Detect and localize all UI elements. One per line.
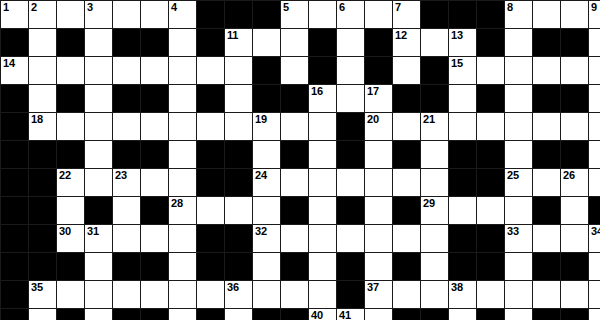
white-cell-r5c18[interactable] [477,113,505,141]
white-cell-r2c22[interactable] [589,29,600,57]
black-cell-r10c9 [225,253,253,281]
white-cell-r5c14[interactable]: 20 [365,113,393,141]
white-cell-r1c4[interactable]: 3 [85,1,113,29]
black-cell-r6c20 [533,141,561,169]
clue-number-1: 1 [3,1,9,13]
white-cell-r8c17[interactable] [449,197,477,225]
white-cell-r5c2[interactable]: 18 [29,113,57,141]
black-cell-r11c1 [1,281,29,309]
black-cell-r8c6 [141,197,169,225]
black-cell-r3c10 [253,57,281,85]
white-cell-r4c2[interactable] [29,85,57,113]
clue-number-12: 12 [395,29,407,41]
white-cell-r9c14[interactable] [365,225,393,253]
white-cell-r9c15[interactable] [393,225,421,253]
white-cell-r1c20[interactable] [533,1,561,29]
white-cell-r8c5[interactable] [113,197,141,225]
black-cell-r10c11 [281,253,309,281]
white-cell-r5c8[interactable] [197,113,225,141]
white-cell-r11c16[interactable] [421,281,449,309]
white-cell-r1c12[interactable] [309,1,337,29]
white-cell-r7c3[interactable]: 22 [57,169,85,197]
clue-number-4: 4 [171,1,177,13]
white-cell-r5c10[interactable]: 19 [253,113,281,141]
black-cell-r5c13 [337,113,365,141]
black-cell-r7c2 [29,169,57,197]
white-cell-r8c19[interactable] [505,197,533,225]
white-cell-r4c12[interactable]: 16 [309,85,337,113]
white-cell-r3c6[interactable] [141,57,169,85]
black-cell-r8c20 [533,197,561,225]
black-cell-r7c8 [197,169,225,197]
black-cell-r12c18 [477,309,505,320]
white-cell-r2c4[interactable] [85,29,113,57]
white-cell-r11c18[interactable] [477,281,505,309]
white-cell-r11c2[interactable]: 35 [29,281,57,309]
white-cell-r6c16[interactable] [421,141,449,169]
white-cell-r7c4[interactable] [85,169,113,197]
black-cell-r12c3 [57,309,85,320]
white-cell-r11c10[interactable] [253,281,281,309]
white-cell-r1c15[interactable]: 7 [393,1,421,29]
white-cell-r3c15[interactable] [393,57,421,85]
white-cell-r11c8[interactable] [197,281,225,309]
white-cell-r2c9[interactable]: 11 [225,29,253,57]
black-cell-r3c12 [309,57,337,85]
white-cell-r2c19[interactable] [505,29,533,57]
black-cell-r4c16 [421,85,449,113]
white-cell-r3c17[interactable]: 15 [449,57,477,85]
white-cell-r3c20[interactable] [533,57,561,85]
clue-number-29: 29 [423,197,435,209]
white-cell-r9c22[interactable]: 34 [589,225,600,253]
white-cell-r7c15[interactable] [393,169,421,197]
white-cell-r11c9[interactable]: 36 [225,281,253,309]
white-cell-r11c4[interactable] [85,281,113,309]
white-cell-r2c7[interactable] [169,29,197,57]
clue-number-7: 7 [395,1,401,13]
white-cell-r7c13[interactable] [337,169,365,197]
white-cell-r2c17[interactable]: 13 [449,29,477,57]
white-cell-r11c12[interactable] [309,281,337,309]
black-cell-r7c18 [477,169,505,197]
white-cell-r11c19[interactable] [505,281,533,309]
clue-number-11: 11 [227,29,238,41]
clue-number-26: 26 [563,169,575,181]
white-cell-r6c7[interactable] [169,141,197,169]
clue-number-35: 35 [31,281,43,293]
black-cell-r4c10 [253,85,281,113]
black-cell-r2c20 [533,29,561,57]
black-cell-r1c17 [449,1,477,29]
white-cell-r9c13[interactable] [337,225,365,253]
white-cell-r1c3[interactable] [57,1,85,29]
black-cell-r12c21 [561,309,589,320]
white-cell-r5c12[interactable] [309,113,337,141]
white-cell-r11c14[interactable]: 37 [365,281,393,309]
white-cell-r1c19[interactable]: 8 [505,1,533,29]
clue-number-6: 6 [339,1,345,13]
white-cell-r9c12[interactable] [309,225,337,253]
black-cell-r6c18 [477,141,505,169]
black-cell-r9c17 [449,225,477,253]
white-cell-r12c19[interactable] [505,309,533,320]
black-cell-r10c21 [561,253,589,281]
clue-number-23: 23 [115,169,127,181]
white-cell-r6c19[interactable] [505,141,533,169]
black-cell-r1c9 [225,1,253,29]
white-cell-r5c7[interactable] [169,113,197,141]
white-cell-r6c4[interactable] [85,141,113,169]
clue-number-18: 18 [31,113,43,125]
white-cell-r5c16[interactable]: 21 [421,113,449,141]
black-cell-r8c22 [589,197,600,225]
white-cell-r12c22[interactable] [589,309,600,320]
black-cell-r6c1 [1,141,29,169]
white-cell-r2c15[interactable]: 12 [393,29,421,57]
clue-number-9: 9 [591,1,597,13]
white-cell-r9c7[interactable] [169,225,197,253]
black-cell-r10c13 [337,253,365,281]
black-cell-r7c9 [225,169,253,197]
white-cell-r12c9[interactable] [225,309,253,320]
white-cell-r6c10[interactable] [253,141,281,169]
white-cell-r5c5[interactable] [113,113,141,141]
white-cell-r8c8[interactable] [197,197,225,225]
white-cell-r1c5[interactable] [113,1,141,29]
black-cell-r10c15 [393,253,421,281]
white-cell-r6c22[interactable] [589,141,600,169]
black-cell-r12c20 [533,309,561,320]
clue-number-8: 8 [507,1,513,13]
white-cell-r2c11[interactable] [281,29,309,57]
black-cell-r1c18 [477,1,505,29]
clue-number-19: 19 [255,113,267,125]
white-cell-r9c11[interactable] [281,225,309,253]
white-cell-r7c16[interactable] [421,169,449,197]
black-cell-r6c9 [225,141,253,169]
clue-number-15: 15 [451,57,463,69]
black-cell-r4c3 [57,85,85,113]
black-cell-r6c8 [197,141,225,169]
white-cell-r5c6[interactable] [141,113,169,141]
black-cell-r10c18 [477,253,505,281]
crossword-board: 1234567891112131415161718192021222324252… [0,0,600,320]
white-cell-r3c22[interactable] [589,57,600,85]
clue-number-30: 30 [59,225,71,237]
black-cell-r1c8 [197,1,225,29]
white-cell-r8c21[interactable] [561,197,589,225]
white-cell-r9c21[interactable] [561,225,589,253]
white-cell-r9c5[interactable] [113,225,141,253]
white-cell-r4c7[interactable] [169,85,197,113]
black-cell-r10c5 [113,253,141,281]
black-cell-r10c20 [533,253,561,281]
white-cell-r4c19[interactable] [505,85,533,113]
white-cell-r4c14[interactable]: 17 [365,85,393,113]
white-cell-r3c2[interactable] [29,57,57,85]
black-cell-r4c1 [1,85,29,113]
white-cell-r8c7[interactable]: 28 [169,197,197,225]
black-cell-r5c1 [1,113,29,141]
white-cell-r3c7[interactable] [169,57,197,85]
black-cell-r6c21 [561,141,589,169]
white-cell-r10c16[interactable] [421,253,449,281]
black-cell-r10c3 [57,253,85,281]
white-cell-r3c3[interactable] [57,57,85,85]
white-cell-r12c17[interactable] [449,309,477,320]
clue-number-38: 38 [451,281,463,293]
white-cell-r1c14[interactable] [365,1,393,29]
white-cell-r1c6[interactable] [141,1,169,29]
black-cell-r10c6 [141,253,169,281]
clue-number-22: 22 [59,169,71,181]
black-cell-r2c18 [477,29,505,57]
white-cell-r7c20[interactable] [533,169,561,197]
white-cell-r7c7[interactable] [169,169,197,197]
black-cell-r2c14 [365,29,393,57]
white-cell-r7c5[interactable]: 23 [113,169,141,197]
white-cell-r7c22[interactable] [589,169,600,197]
white-cell-r5c4[interactable] [85,113,113,141]
white-cell-r11c22[interactable] [589,281,600,309]
white-cell-r10c10[interactable] [253,253,281,281]
white-cell-r7c11[interactable] [281,169,309,197]
white-cell-r8c9[interactable] [225,197,253,225]
black-cell-r12c11 [281,309,309,320]
black-cell-r4c21 [561,85,589,113]
white-cell-r9c6[interactable] [141,225,169,253]
black-cell-r12c6 [141,309,169,320]
black-cell-r8c2 [29,197,57,225]
black-cell-r9c9 [225,225,253,253]
white-cell-r11c21[interactable] [561,281,589,309]
white-cell-r7c14[interactable] [365,169,393,197]
white-cell-r5c3[interactable] [57,113,85,141]
black-cell-r6c5 [113,141,141,169]
white-cell-r7c12[interactable] [309,169,337,197]
black-cell-r6c6 [141,141,169,169]
black-cell-r12c16 [421,309,449,320]
white-cell-r9c20[interactable] [533,225,561,253]
black-cell-r10c8 [197,253,225,281]
black-cell-r9c18 [477,225,505,253]
white-cell-r3c19[interactable] [505,57,533,85]
white-cell-r3c11[interactable] [281,57,309,85]
black-cell-r6c17 [449,141,477,169]
clue-number-34: 34 [591,225,600,237]
white-cell-r12c13[interactable]: 41 [337,309,365,320]
white-cell-r8c10[interactable] [253,197,281,225]
black-cell-r6c2 [29,141,57,169]
white-cell-r2c2[interactable] [29,29,57,57]
white-cell-r2c16[interactable] [421,29,449,57]
clue-number-36: 36 [227,281,239,293]
clue-number-24: 24 [255,169,267,181]
white-cell-r9c3[interactable]: 30 [57,225,85,253]
clue-number-33: 33 [507,225,519,237]
black-cell-r10c2 [29,253,57,281]
white-cell-r12c7[interactable] [169,309,197,320]
white-cell-r1c7[interactable]: 4 [169,1,197,29]
white-cell-r5c11[interactable] [281,113,309,141]
white-cell-r4c22[interactable] [589,85,600,113]
white-cell-r11c5[interactable] [113,281,141,309]
black-cell-r1c10 [253,1,281,29]
black-cell-r2c3 [57,29,85,57]
black-cell-r8c4 [85,197,113,225]
white-cell-r11c7[interactable] [169,281,197,309]
black-cell-r9c1 [1,225,29,253]
black-cell-r8c13 [337,197,365,225]
white-cell-r10c12[interactable] [309,253,337,281]
white-cell-r9c16[interactable] [421,225,449,253]
clue-number-20: 20 [367,113,379,125]
white-cell-r2c10[interactable] [253,29,281,57]
black-cell-r4c15 [393,85,421,113]
white-cell-r12c2[interactable] [29,309,57,320]
black-cell-r4c6 [141,85,169,113]
black-cell-r11c13 [337,281,365,309]
white-cell-r10c7[interactable] [169,253,197,281]
black-cell-r8c15 [393,197,421,225]
black-cell-r12c8 [197,309,225,320]
clue-number-28: 28 [171,197,183,209]
crossword-grid: 1234567891112131415161718192021222324252… [0,0,600,320]
white-cell-r9c19[interactable]: 33 [505,225,533,253]
white-cell-r3c1[interactable]: 14 [1,57,29,85]
white-cell-r4c13[interactable] [337,85,365,113]
white-cell-r1c2[interactable]: 2 [29,1,57,29]
clue-number-40: 40 [311,309,323,320]
white-cell-r7c10[interactable]: 24 [253,169,281,197]
white-cell-r1c22[interactable]: 9 [589,1,600,29]
black-cell-r3c16 [421,57,449,85]
clue-number-41: 41 [339,309,351,320]
white-cell-r11c6[interactable] [141,281,169,309]
clue-number-25: 25 [507,169,519,181]
clue-number-31: 31 [87,225,99,237]
white-cell-r12c4[interactable] [85,309,113,320]
clue-number-37: 37 [367,281,379,293]
white-cell-r5c17[interactable] [449,113,477,141]
black-cell-r2c8 [197,29,225,57]
white-cell-r11c15[interactable] [393,281,421,309]
white-cell-r11c11[interactable] [281,281,309,309]
clue-number-2: 2 [31,1,37,13]
white-cell-r1c21[interactable] [561,1,589,29]
black-cell-r2c12 [309,29,337,57]
white-cell-r8c3[interactable] [57,197,85,225]
white-cell-r5c20[interactable] [533,113,561,141]
black-cell-r9c2 [29,225,57,253]
white-cell-r11c17[interactable]: 38 [449,281,477,309]
black-cell-r9c8 [197,225,225,253]
black-cell-r2c6 [141,29,169,57]
white-cell-r8c12[interactable] [309,197,337,225]
white-cell-r4c17[interactable] [449,85,477,113]
white-cell-r3c18[interactable] [477,57,505,85]
black-cell-r7c1 [1,169,29,197]
black-cell-r4c11 [281,85,309,113]
white-cell-r1c13[interactable]: 6 [337,1,365,29]
white-cell-r5c22[interactable] [589,113,600,141]
black-cell-r3c14 [365,57,393,85]
white-cell-r5c15[interactable] [393,113,421,141]
white-cell-r8c14[interactable] [365,197,393,225]
white-cell-r12c12[interactable]: 40 [309,309,337,320]
black-cell-r10c17 [449,253,477,281]
white-cell-r11c3[interactable] [57,281,85,309]
white-cell-r4c4[interactable] [85,85,113,113]
black-cell-r6c11 [281,141,309,169]
white-cell-r6c14[interactable] [365,141,393,169]
white-cell-r11c20[interactable] [533,281,561,309]
black-cell-r2c1 [1,29,29,57]
white-cell-r3c8[interactable] [197,57,225,85]
black-cell-r8c11 [281,197,309,225]
white-cell-r3c4[interactable] [85,57,113,85]
clue-number-13: 13 [451,29,463,41]
white-cell-r12c14[interactable] [365,309,393,320]
white-cell-r7c21[interactable]: 26 [561,169,589,197]
white-cell-r10c22[interactable] [589,253,600,281]
white-cell-r6c12[interactable] [309,141,337,169]
white-cell-r9c10[interactable]: 32 [253,225,281,253]
white-cell-r3c13[interactable] [337,57,365,85]
white-cell-r5c21[interactable] [561,113,589,141]
white-cell-r3c9[interactable] [225,57,253,85]
black-cell-r1c16 [421,1,449,29]
white-cell-r4c9[interactable] [225,85,253,113]
black-cell-r4c8 [197,85,225,113]
white-cell-r2c13[interactable] [337,29,365,57]
white-cell-r3c5[interactable] [113,57,141,85]
clue-number-32: 32 [255,225,267,237]
black-cell-r12c10 [253,309,281,320]
white-cell-r10c19[interactable] [505,253,533,281]
white-cell-r8c16[interactable]: 29 [421,197,449,225]
black-cell-r6c13 [337,141,365,169]
black-cell-r10c1 [1,253,29,281]
black-cell-r12c5 [113,309,141,320]
clue-number-3: 3 [87,1,93,13]
white-cell-r1c1[interactable]: 1 [1,1,29,29]
white-cell-r9c4[interactable]: 31 [85,225,113,253]
black-cell-r4c18 [477,85,505,113]
clue-number-14: 14 [3,57,15,69]
white-cell-r5c19[interactable] [505,113,533,141]
white-cell-r5c9[interactable] [225,113,253,141]
white-cell-r3c21[interactable] [561,57,589,85]
black-cell-r4c5 [113,85,141,113]
black-cell-r2c21 [561,29,589,57]
white-cell-r10c4[interactable] [85,253,113,281]
black-cell-r4c20 [533,85,561,113]
black-cell-r12c1 [1,309,29,320]
clue-number-17: 17 [367,85,379,97]
black-cell-r2c5 [113,29,141,57]
black-cell-r12c15 [393,309,421,320]
white-cell-r7c19[interactable]: 25 [505,169,533,197]
white-cell-r1c11[interactable]: 5 [281,1,309,29]
white-cell-r10c14[interactable] [365,253,393,281]
white-cell-r7c6[interactable] [141,169,169,197]
clue-number-16: 16 [311,85,323,97]
white-cell-r8c18[interactable] [477,197,505,225]
black-cell-r6c3 [57,141,85,169]
black-cell-r8c1 [1,197,29,225]
